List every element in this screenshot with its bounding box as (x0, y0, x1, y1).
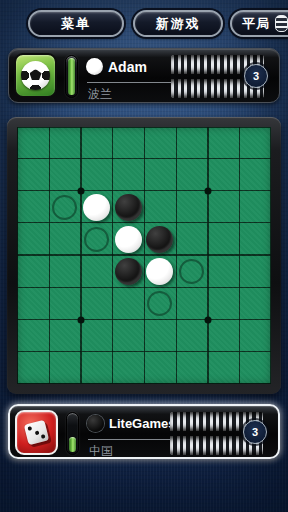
board-cell-f5[interactable] (176, 256, 208, 288)
player-country-black: 中国 (89, 443, 113, 460)
player-country-white: 波兰 (88, 86, 112, 103)
board-cell-h3[interactable] (239, 191, 271, 223)
board-cell-h2[interactable] (239, 159, 271, 191)
board-cell-d5[interactable] (112, 256, 144, 288)
timer-fill-white (68, 58, 75, 95)
board-cell-b2[interactable] (49, 159, 81, 191)
board-cell-h6[interactable] (239, 288, 271, 320)
board-cell-c5[interactable] (81, 256, 113, 288)
board-cell-g2[interactable] (208, 159, 240, 191)
board-cell-f8[interactable] (176, 352, 208, 384)
board-cell-d6[interactable] (112, 288, 144, 320)
board-cell-g1[interactable] (208, 127, 240, 159)
player-panel-white: Adam 波兰 3 (8, 48, 280, 103)
draw-button[interactable]: 平局 (230, 10, 288, 37)
player-name-black: LiteGames (109, 416, 175, 431)
board-cell-b8[interactable] (49, 352, 81, 384)
legal-move-hint[interactable] (179, 259, 204, 284)
board-cell-d7[interactable] (112, 320, 144, 352)
board-cell-f2[interactable] (176, 159, 208, 191)
black-disc (115, 194, 142, 221)
board-cell-a5[interactable] (17, 256, 49, 288)
dice-icon (24, 420, 49, 445)
star-point (204, 188, 211, 195)
player-avatar-black (15, 410, 58, 455)
score-badge-white: 3 (244, 64, 268, 88)
board-cell-g7[interactable] (208, 320, 240, 352)
draw-offer-list-icon (275, 15, 288, 32)
board-cell-c3[interactable] (81, 191, 113, 223)
board-cell-g4[interactable] (208, 223, 240, 255)
board-cell-a7[interactable] (17, 320, 49, 352)
menu-button[interactable]: 菜单 (28, 10, 124, 37)
white-disc (115, 226, 142, 253)
board-cell-f3[interactable] (176, 191, 208, 223)
board-cell-g8[interactable] (208, 352, 240, 384)
board-cell-h7[interactable] (239, 320, 271, 352)
board-cell-d3[interactable] (112, 191, 144, 223)
board-cell-d1[interactable] (112, 127, 144, 159)
board-cell-e2[interactable] (144, 159, 176, 191)
board-cell-a2[interactable] (17, 159, 49, 191)
player-panel-black: LiteGames 中国 3 (8, 404, 280, 459)
score-badge-black: 3 (243, 420, 267, 444)
white-disc (146, 258, 173, 285)
board-cell-c2[interactable] (81, 159, 113, 191)
new-game-button[interactable]: 新游戏 (133, 10, 223, 37)
timer-black (66, 412, 79, 455)
board-cell-c4[interactable] (81, 223, 113, 255)
timer-fill-black (69, 437, 76, 452)
board-cell-f1[interactable] (176, 127, 208, 159)
legal-move-hint[interactable] (147, 291, 172, 316)
star-point (77, 188, 84, 195)
legal-move-hint[interactable] (84, 227, 109, 252)
board-cell-f6[interactable] (176, 288, 208, 320)
board-cell-h1[interactable] (239, 127, 271, 159)
board-cell-b3[interactable] (49, 191, 81, 223)
board-cell-c6[interactable] (81, 288, 113, 320)
board-cell-h4[interactable] (239, 223, 271, 255)
board-cell-b4[interactable] (49, 223, 81, 255)
panel-divider (87, 82, 171, 83)
board-frame (7, 117, 281, 394)
board-cell-d4[interactable] (112, 223, 144, 255)
board-cell-a8[interactable] (17, 352, 49, 384)
star-point (204, 316, 211, 323)
player-avatar-white (14, 53, 57, 98)
board-cell-e7[interactable] (144, 320, 176, 352)
board-cell-e8[interactable] (144, 352, 176, 384)
board-cell-a1[interactable] (17, 127, 49, 159)
soccer-ball-icon (21, 61, 50, 90)
panel-divider (88, 439, 172, 440)
white-disc-icon (86, 58, 103, 75)
board-cell-h8[interactable] (239, 352, 271, 384)
board-cell-f7[interactable] (176, 320, 208, 352)
board-cell-c8[interactable] (81, 352, 113, 384)
star-point (77, 316, 84, 323)
black-disc (115, 258, 142, 285)
draw-button-label: 平局 (242, 15, 270, 33)
timer-white (65, 55, 78, 98)
board-cell-b5[interactable] (49, 256, 81, 288)
board-cell-c1[interactable] (81, 127, 113, 159)
board-cell-e6[interactable] (144, 288, 176, 320)
board-cell-e5[interactable] (144, 256, 176, 288)
board-cell-b1[interactable] (49, 127, 81, 159)
board-cell-d8[interactable] (112, 352, 144, 384)
black-disc (146, 226, 173, 253)
board-cell-g6[interactable] (208, 288, 240, 320)
board-cell-e1[interactable] (144, 127, 176, 159)
black-disc-icon (87, 415, 104, 432)
white-disc (83, 194, 110, 221)
board-cell-a6[interactable] (17, 288, 49, 320)
board-cell-f4[interactable] (176, 223, 208, 255)
board-cell-h5[interactable] (239, 256, 271, 288)
board-grid (17, 127, 271, 384)
board-cell-c7[interactable] (81, 320, 113, 352)
board-cell-a3[interactable] (17, 191, 49, 223)
board-cell-b6[interactable] (49, 288, 81, 320)
othello-game-screen: 菜单 新游戏 平局 Adam 波兰 3 (0, 0, 288, 512)
player-name-white: Adam (108, 59, 147, 75)
legal-move-hint[interactable] (52, 195, 77, 220)
board-cell-e3[interactable] (144, 191, 176, 223)
board-cell-b7[interactable] (49, 320, 81, 352)
board-cell-e4[interactable] (144, 223, 176, 255)
board-cell-a4[interactable] (17, 223, 49, 255)
board-cell-g5[interactable] (208, 256, 240, 288)
board-cell-d2[interactable] (112, 159, 144, 191)
board-cell-g3[interactable] (208, 191, 240, 223)
